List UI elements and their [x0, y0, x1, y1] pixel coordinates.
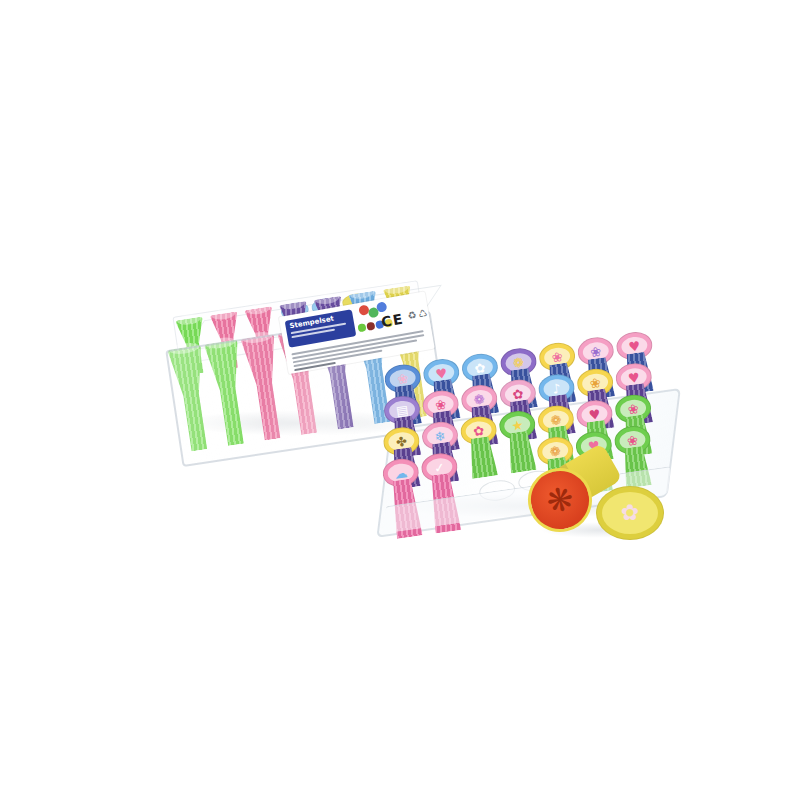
stamp-motif-icon: ❀	[627, 402, 640, 416]
cap-inner-face: ✿	[602, 492, 658, 534]
green-dot-icon: ♻	[407, 310, 418, 321]
palm-motif-icon: ❋	[543, 481, 577, 519]
flower-motif-icon: ✿	[621, 502, 639, 524]
label-artwork-dot	[366, 322, 375, 331]
stamp-motif-icon: ✿	[474, 361, 487, 375]
stamp-motif-icon: ✿	[512, 387, 525, 401]
stamp-motif-icon: ❀	[396, 371, 409, 385]
stamp-motif-icon: ✤	[395, 434, 408, 448]
stamp-motif-icon: ★	[511, 418, 524, 432]
stamp-motif-icon: ✓	[433, 460, 446, 474]
stamp-motif-icon: ❁	[512, 355, 525, 369]
stamp-motif-icon: ✿	[472, 423, 485, 437]
stamp-motif-icon: ♥	[588, 407, 601, 421]
stamp-motif-icon: ▤	[395, 403, 409, 418]
product-photo-canvas: { "scene": { "type": "product-photo", "b…	[0, 0, 800, 800]
label-title-band: Stempelset	[285, 309, 357, 347]
stamp-motif-icon: ❀	[589, 344, 602, 358]
stamp-motif-icon: ♥	[627, 370, 640, 384]
stamp-motif-icon: ❁	[473, 392, 486, 406]
loose-stamps: ❋ ✿	[530, 450, 670, 550]
recycle-icon: ♺	[418, 308, 429, 319]
stamp-motif-icon: ❀	[589, 376, 602, 390]
stamp-motif-icon: ❀	[626, 433, 639, 447]
label-artwork-dot	[357, 323, 366, 332]
label-artwork-blob	[376, 301, 388, 313]
stamp-motif-icon: ❀	[551, 350, 564, 364]
stamp-motif-icon: ☁	[393, 465, 408, 480]
stamp-motif-icon: ♥	[435, 366, 448, 380]
ce-mark: CE	[380, 310, 405, 330]
stamp-motif-icon: ❄	[434, 429, 447, 443]
stamp-motif-icon: ♥	[628, 339, 641, 353]
stamp-motif-icon: ♪	[551, 381, 561, 395]
stamp-motif-icon: ❀	[434, 397, 447, 411]
stamp-motif-icon: ❁	[550, 412, 563, 426]
loose-stamp-cap: ✿	[596, 486, 664, 540]
